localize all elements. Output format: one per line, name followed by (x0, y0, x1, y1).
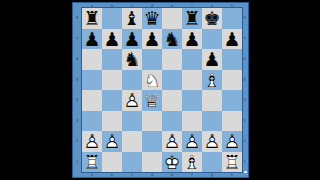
black-knight[interactable]: ♞ (162, 29, 182, 50)
square-b3[interactable] (102, 111, 122, 132)
square-c6[interactable]: ♞ (122, 49, 142, 70)
rank-label: 1 (243, 152, 247, 173)
file-label: h (222, 173, 242, 177)
file-label: c (122, 173, 142, 177)
square-g5[interactable]: ♝♗ (202, 70, 222, 91)
white-pawn[interactable]: ♟♙ (102, 131, 122, 152)
square-b1[interactable] (102, 152, 122, 173)
white-knight[interactable]: ♞♘ (142, 70, 162, 91)
square-f8[interactable]: ♜ (182, 8, 202, 29)
rank-label: 6 (75, 49, 79, 70)
square-c7[interactable]: ♟ (122, 29, 142, 50)
black-pawn[interactable]: ♟ (82, 29, 102, 50)
file-label: h (222, 4, 242, 8)
square-h7[interactable]: ♟ (222, 29, 242, 50)
square-d1[interactable] (142, 152, 162, 173)
square-a5[interactable] (82, 70, 102, 91)
square-g3[interactable] (202, 111, 222, 132)
rank-label: 5 (75, 70, 79, 91)
rank-label: 3 (243, 111, 247, 132)
rank-label: 8 (75, 8, 79, 29)
square-b7[interactable]: ♟ (102, 29, 122, 50)
rank-label: 6 (243, 49, 247, 70)
square-f3[interactable] (182, 111, 202, 132)
square-d2[interactable] (142, 131, 162, 152)
rank-label: 5 (243, 70, 247, 91)
white-rook[interactable]: ♜♖ (82, 152, 102, 173)
black-bishop[interactable]: ♝ (122, 8, 142, 29)
file-label: b (102, 173, 122, 177)
white-pawn[interactable]: ♟♙ (162, 131, 182, 152)
square-h8[interactable] (222, 8, 242, 29)
square-g1[interactable] (202, 152, 222, 173)
letterbox-right (249, 0, 320, 180)
square-c4[interactable]: ♟♙ (122, 90, 142, 111)
rank-label: 2 (243, 131, 247, 152)
rank-label: 2 (75, 131, 79, 152)
white-pawn[interactable]: ♟♙ (82, 131, 102, 152)
rank-label: 3 (75, 111, 79, 132)
file-label: b (102, 4, 122, 8)
square-c8[interactable]: ♝ (122, 8, 142, 29)
corner-dot (244, 171, 247, 174)
square-f1[interactable]: ♝♗ (182, 152, 202, 173)
file-label: d (142, 173, 162, 177)
white-pawn[interactable]: ♟♙ (222, 131, 242, 152)
file-label: g (202, 173, 222, 177)
square-e6[interactable] (162, 49, 182, 70)
square-e8[interactable] (162, 8, 182, 29)
square-e2[interactable]: ♟♙ (162, 131, 182, 152)
square-h6[interactable] (222, 49, 242, 70)
board-frame: abcdefgh abcdefgh 87654321 87654321 ♜♝♛♜… (72, 2, 249, 178)
rank-label: 1 (75, 152, 79, 173)
black-queen[interactable]: ♛ (142, 8, 162, 29)
square-g8[interactable]: ♚ (202, 8, 222, 29)
white-rook[interactable]: ♜♖ (222, 152, 242, 173)
square-a8[interactable]: ♜ (82, 8, 102, 29)
square-f7[interactable]: ♟ (182, 29, 202, 50)
white-bishop[interactable]: ♝♗ (202, 70, 222, 91)
file-label: a (82, 173, 102, 177)
white-bishop[interactable]: ♝♗ (182, 152, 202, 173)
square-e4[interactable] (162, 90, 182, 111)
square-h3[interactable] (222, 111, 242, 132)
white-pawn[interactable]: ♟♙ (122, 90, 142, 111)
square-f6[interactable] (182, 49, 202, 70)
square-c3[interactable] (122, 111, 142, 132)
square-a1[interactable]: ♜♖ (82, 152, 102, 173)
white-king[interactable]: ♚♔ (162, 152, 182, 173)
black-pawn[interactable]: ♟ (182, 29, 202, 50)
file-label: f (182, 173, 202, 177)
square-g2[interactable]: ♟♙ (202, 131, 222, 152)
square-d4[interactable]: ♛♕ (142, 90, 162, 111)
square-c2[interactable] (122, 131, 142, 152)
black-pawn[interactable]: ♟ (142, 29, 162, 50)
square-e5[interactable] (162, 70, 182, 91)
black-rook[interactable]: ♜ (182, 8, 202, 29)
rank-label: 8 (243, 8, 247, 29)
square-f4[interactable] (182, 90, 202, 111)
rank-label: 4 (243, 90, 247, 111)
square-a6[interactable] (82, 49, 102, 70)
white-pawn[interactable]: ♟♙ (182, 131, 202, 152)
file-label: e (162, 4, 182, 8)
square-d3[interactable] (142, 111, 162, 132)
square-g6[interactable]: ♟ (202, 49, 222, 70)
square-f5[interactable] (182, 70, 202, 91)
square-h4[interactable] (222, 90, 242, 111)
square-f2[interactable]: ♟♙ (182, 131, 202, 152)
file-label: e (162, 173, 182, 177)
square-e3[interactable] (162, 111, 182, 132)
square-h1[interactable]: ♜♖ (222, 152, 242, 173)
square-c5[interactable] (122, 70, 142, 91)
square-d7[interactable]: ♟ (142, 29, 162, 50)
square-a7[interactable]: ♟ (82, 29, 102, 50)
chess-board[interactable]: ♜♝♛♜♚♟♟♟♟♞♟♟♞♟♞♘♝♗♟♙♛♕♟♙♟♙♟♙♟♙♟♙♟♙♜♖♚♔♝♗… (82, 8, 242, 172)
square-b8[interactable] (102, 8, 122, 29)
black-knight[interactable]: ♞ (122, 49, 142, 70)
square-e1[interactable]: ♚♔ (162, 152, 182, 173)
black-pawn[interactable]: ♟ (222, 29, 242, 50)
black-pawn[interactable]: ♟ (102, 29, 122, 50)
black-king[interactable]: ♚ (202, 8, 222, 29)
square-a4[interactable] (82, 90, 102, 111)
square-b4[interactable] (102, 90, 122, 111)
rank-label: 7 (75, 29, 79, 50)
square-a3[interactable] (82, 111, 102, 132)
square-d5[interactable]: ♞♘ (142, 70, 162, 91)
square-d6[interactable] (142, 49, 162, 70)
square-c1[interactable] (122, 152, 142, 173)
square-g4[interactable] (202, 90, 222, 111)
white-pawn[interactable]: ♟♙ (202, 131, 222, 152)
black-pawn[interactable]: ♟ (202, 49, 222, 70)
rank-label: 4 (75, 90, 79, 111)
square-b2[interactable]: ♟♙ (102, 131, 122, 152)
rank-labels-left: 87654321 (75, 8, 79, 172)
letterbox-left (0, 0, 72, 180)
rank-label: 7 (243, 29, 247, 50)
square-h2[interactable]: ♟♙ (222, 131, 242, 152)
square-b6[interactable] (102, 49, 122, 70)
square-e7[interactable]: ♞ (162, 29, 182, 50)
rank-labels-right: 87654321 (243, 8, 247, 172)
black-rook[interactable]: ♜ (82, 8, 102, 29)
black-pawn[interactable]: ♟ (122, 29, 142, 50)
square-h5[interactable] (222, 70, 242, 91)
square-d8[interactable]: ♛ (142, 8, 162, 29)
file-labels-bottom: abcdefgh (82, 173, 242, 177)
square-g7[interactable] (202, 29, 222, 50)
square-a2[interactable]: ♟♙ (82, 131, 102, 152)
white-queen[interactable]: ♛♕ (142, 90, 162, 111)
square-b5[interactable] (102, 70, 122, 91)
